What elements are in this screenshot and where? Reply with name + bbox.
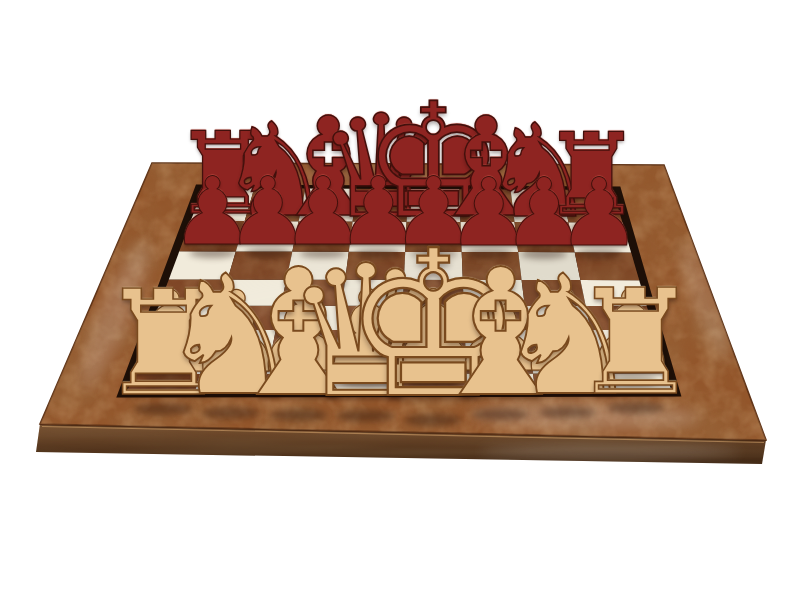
pieces-layer: ♜♞♝♛♚♝♞♜♟♟♟♟♟♟♟♟♟♟♟♟♟♟♟♟♜♞♝♛♚♝♞♜ bbox=[0, 0, 800, 600]
chess-set-photo: ♜♞♝♛♚♝♞♜♟♟♟♟♟♟♟♟♟♟♟♟♟♟♟♟♜♞♝♛♚♝♞♜ bbox=[0, 0, 800, 600]
piece-white-rook: ♜ bbox=[571, 270, 701, 415]
white-rook-icon: ♜ bbox=[571, 270, 701, 415]
